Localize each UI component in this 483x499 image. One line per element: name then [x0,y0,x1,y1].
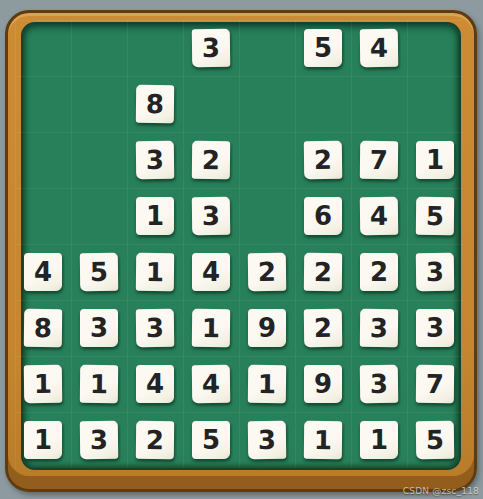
grid-cell: 3 [407,300,463,356]
number-tile[interactable]: 1 [192,309,230,347]
grid-cell [127,20,183,76]
grid-cell: 7 [407,356,463,412]
grid-cell: 5 [71,244,127,300]
number-tile[interactable]: 4 [24,253,62,291]
grid-cell [71,76,127,132]
number-tile[interactable]: 1 [360,421,398,459]
grid-cell [407,20,463,76]
number-tile[interactable]: 3 [80,421,118,459]
grid-cell: 4 [183,356,239,412]
watermark: CSDN @zsc_118 [403,486,479,496]
grid-cell: 2 [295,132,351,188]
number-tile[interactable]: 3 [136,141,174,179]
number-tile[interactable]: 8 [24,309,62,347]
number-tile[interactable]: 3 [136,309,174,347]
grid-cell: 1 [407,132,463,188]
grid-cell [295,76,351,132]
grid-cell: 2 [295,244,351,300]
number-tile[interactable]: 3 [80,309,118,347]
number-tile[interactable]: 7 [416,365,454,403]
number-tile[interactable]: 2 [136,421,174,459]
number-tile[interactable]: 5 [192,421,230,459]
number-tile[interactable]: 2 [192,141,230,179]
grid-cell: 3 [127,132,183,188]
number-tile[interactable]: 4 [136,365,174,403]
grid-cell: 5 [295,20,351,76]
grid-cell: 9 [239,300,295,356]
number-tile[interactable]: 7 [360,141,398,179]
game-window: 3548322711364545142223833192331144193713… [0,0,483,499]
grid-cell [71,132,127,188]
number-tile[interactable]: 5 [416,197,454,235]
grid-cell: 3 [239,412,295,468]
grid-cell: 1 [15,356,71,412]
number-tile[interactable]: 2 [304,253,342,291]
number-tile[interactable]: 3 [248,421,286,459]
grid-cell: 3 [183,20,239,76]
grid-cell [71,188,127,244]
grid-cell: 1 [295,412,351,468]
number-tile[interactable]: 3 [360,365,398,403]
grid-cell: 4 [351,20,407,76]
grid-cell: 9 [295,356,351,412]
grid-cell: 3 [71,300,127,356]
grid-cell: 1 [127,244,183,300]
number-tile[interactable]: 1 [304,421,342,459]
number-tile[interactable]: 1 [136,253,174,291]
grid-cell [15,20,71,76]
grid-cell: 5 [183,412,239,468]
number-tile[interactable]: 4 [360,197,398,235]
grid-cell: 1 [71,356,127,412]
grid-cell: 5 [407,188,463,244]
grid-cell: 4 [15,244,71,300]
number-tile[interactable]: 9 [304,365,342,403]
grid-cell [351,76,407,132]
number-tile[interactable]: 6 [304,197,342,235]
grid-cell: 4 [351,188,407,244]
grid-cell: 4 [183,244,239,300]
number-tile[interactable]: 1 [24,421,62,459]
grid-cell: 3 [407,244,463,300]
number-tile[interactable]: 1 [248,365,286,403]
grid-cell [239,76,295,132]
number-tile[interactable]: 4 [192,365,230,403]
grid-cell: 6 [295,188,351,244]
grid-cell: 4 [127,356,183,412]
number-tile[interactable]: 5 [304,29,342,67]
number-tile[interactable]: 2 [304,309,342,347]
number-tile[interactable]: 5 [416,421,454,459]
tile-grid: 3548322711364545142223833192331144193713… [15,20,463,468]
number-tile[interactable]: 4 [360,29,398,67]
grid-cell: 3 [351,356,407,412]
number-tile[interactable]: 4 [192,253,230,291]
number-tile[interactable]: 5 [80,253,118,291]
grid-cell: 2 [127,412,183,468]
grid-cell: 2 [183,132,239,188]
grid-cell [407,76,463,132]
grid-cell [15,132,71,188]
grid-cell [15,76,71,132]
number-tile[interactable]: 3 [360,309,398,347]
grid-cell: 1 [239,356,295,412]
grid-cell: 1 [15,412,71,468]
number-tile[interactable]: 1 [416,141,454,179]
number-tile[interactable]: 1 [136,197,174,235]
number-tile[interactable]: 9 [248,309,286,347]
number-tile[interactable]: 1 [24,365,62,403]
grid-cell: 7 [351,132,407,188]
grid-cell: 1 [127,188,183,244]
number-tile[interactable]: 3 [192,29,230,67]
number-tile[interactable]: 2 [304,141,342,179]
number-tile[interactable]: 1 [80,365,118,403]
number-tile[interactable]: 2 [360,253,398,291]
grid-cell [239,188,295,244]
grid-cell: 5 [407,412,463,468]
grid-cell [183,76,239,132]
grid-cell [239,132,295,188]
number-tile[interactable]: 3 [416,253,454,291]
grid-cell: 8 [127,76,183,132]
number-tile[interactable]: 3 [416,309,454,347]
grid-cell: 3 [351,300,407,356]
grid-cell: 2 [295,300,351,356]
grid-cell [15,188,71,244]
grid-cell: 3 [183,188,239,244]
grid-cell: 2 [351,244,407,300]
number-tile[interactable]: 2 [248,253,286,291]
grid-cell: 1 [183,300,239,356]
number-tile[interactable]: 3 [192,197,230,235]
grid-cell: 2 [239,244,295,300]
number-tile[interactable]: 8 [136,85,174,123]
grid-cell [71,20,127,76]
grid-cell: 3 [71,412,127,468]
grid-cell: 8 [15,300,71,356]
grid-cell: 1 [351,412,407,468]
grid-cell [239,20,295,76]
grid-cell: 3 [127,300,183,356]
